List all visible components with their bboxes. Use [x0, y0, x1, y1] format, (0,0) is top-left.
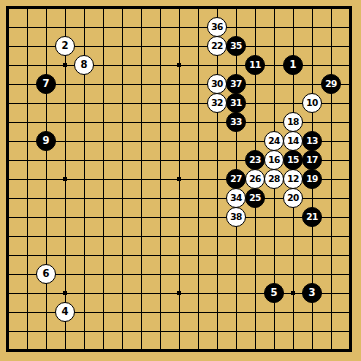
- stone-move-number: 31: [230, 99, 242, 108]
- stone-black-27: 27: [226, 169, 246, 189]
- stone-black-15: 15: [283, 150, 303, 170]
- stone-move-number: 36: [211, 23, 223, 32]
- stone-move-number: 24: [268, 137, 280, 146]
- stone-move-number: 18: [287, 118, 299, 127]
- stone-white-18: 18: [283, 112, 303, 132]
- stone-move-number: 2: [62, 41, 69, 51]
- stone-move-number: 28: [268, 175, 280, 184]
- stone-move-number: 5: [271, 288, 278, 298]
- stone-move-number: 9: [43, 136, 50, 146]
- stone-move-number: 34: [230, 194, 242, 203]
- stone-black-31: 31: [226, 93, 246, 113]
- stone-move-number: 11: [249, 61, 261, 70]
- stone-move-number: 30: [211, 80, 223, 89]
- stone-black-17: 17: [302, 150, 322, 170]
- stone-move-number: 1: [290, 60, 297, 70]
- stone-move-number: 26: [249, 175, 261, 184]
- stone-white-10: 10: [302, 93, 322, 113]
- stone-move-number: 10: [306, 99, 318, 108]
- star-point: [177, 291, 181, 295]
- stone-move-number: 27: [230, 175, 242, 184]
- stone-move-number: 29: [325, 80, 337, 89]
- stone-white-34: 34: [226, 188, 246, 208]
- stone-move-number: 7: [43, 79, 50, 89]
- stone-move-number: 8: [81, 60, 88, 70]
- star-point: [63, 291, 67, 295]
- go-diagram: 1234567891011121314151617181920212223242…: [0, 0, 361, 361]
- stone-move-number: 25: [249, 194, 261, 203]
- stone-move-number: 12: [287, 175, 299, 184]
- stone-black-35: 35: [226, 36, 246, 56]
- stone-black-21: 21: [302, 207, 322, 227]
- stone-black-13: 13: [302, 131, 322, 151]
- stone-white-38: 38: [226, 207, 246, 227]
- stone-move-number: 35: [230, 42, 242, 51]
- stone-black-19: 19: [302, 169, 322, 189]
- stone-white-22: 22: [207, 36, 227, 56]
- stone-white-28: 28: [264, 169, 284, 189]
- star-point: [291, 291, 295, 295]
- stone-move-number: 37: [230, 80, 242, 89]
- stone-move-number: 22: [211, 42, 223, 51]
- stone-move-number: 33: [230, 118, 242, 127]
- stone-move-number: 23: [249, 156, 261, 165]
- stone-white-16: 16: [264, 150, 284, 170]
- stone-black-25: 25: [245, 188, 265, 208]
- stone-white-26: 26: [245, 169, 265, 189]
- star-point: [177, 63, 181, 67]
- stone-white-2: 2: [55, 36, 75, 56]
- stone-white-36: 36: [207, 17, 227, 37]
- stone-white-14: 14: [283, 131, 303, 151]
- stone-black-29: 29: [321, 74, 341, 94]
- stone-black-37: 37: [226, 74, 246, 94]
- stone-black-1: 1: [283, 55, 303, 75]
- stone-white-32: 32: [207, 93, 227, 113]
- star-point: [177, 177, 181, 181]
- stone-black-7: 7: [36, 74, 56, 94]
- stone-move-number: 21: [306, 213, 318, 222]
- stone-black-33: 33: [226, 112, 246, 132]
- stone-black-3: 3: [302, 283, 322, 303]
- star-point: [63, 177, 67, 181]
- stone-move-number: 17: [306, 156, 318, 165]
- stone-move-number: 4: [62, 307, 69, 317]
- stone-move-number: 13: [306, 137, 318, 146]
- stone-move-number: 3: [309, 288, 316, 298]
- stone-move-number: 6: [43, 269, 50, 279]
- stone-white-4: 4: [55, 302, 75, 322]
- stone-black-5: 5: [264, 283, 284, 303]
- stone-move-number: 19: [306, 175, 318, 184]
- stone-move-number: 14: [287, 137, 299, 146]
- stone-move-number: 38: [230, 213, 242, 222]
- stone-white-30: 30: [207, 74, 227, 94]
- stone-move-number: 15: [287, 156, 299, 165]
- stone-move-number: 20: [287, 194, 299, 203]
- stone-black-11: 11: [245, 55, 265, 75]
- stone-white-6: 6: [36, 264, 56, 284]
- stone-black-9: 9: [36, 131, 56, 151]
- stone-white-24: 24: [264, 131, 284, 151]
- stone-white-12: 12: [283, 169, 303, 189]
- star-point: [63, 63, 67, 67]
- stone-white-20: 20: [283, 188, 303, 208]
- stone-black-23: 23: [245, 150, 265, 170]
- stone-move-number: 16: [268, 156, 280, 165]
- stone-move-number: 32: [211, 99, 223, 108]
- stone-white-8: 8: [74, 55, 94, 75]
